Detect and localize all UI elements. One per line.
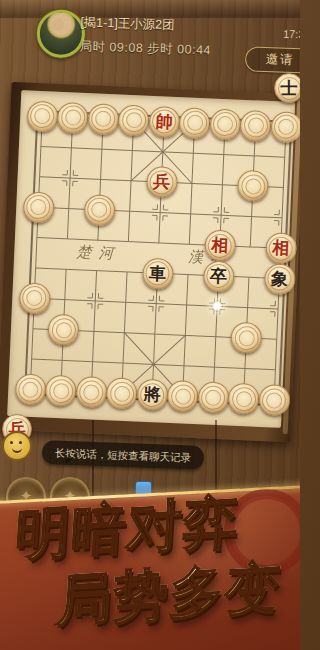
red-piece-兵-r2c4[interactable]: 兵 [145, 166, 177, 198]
black-piece-車-r5c4[interactable]: 車 [141, 257, 173, 289]
red-piece-帥-r0c4[interactable]: 帥 [148, 105, 180, 137]
banner-title-line2: 局势多变 [56, 560, 283, 629]
red-piece-相-r4c6[interactable]: 相 [204, 229, 236, 261]
black-piece-卒-r5c6[interactable]: 卒 [202, 260, 234, 292]
hidden-piece-r0c2[interactable] [87, 103, 119, 135]
hidden-piece-r3c2[interactable] [83, 194, 115, 226]
hidden-piece-r0c6[interactable] [209, 108, 241, 140]
player-tag: [揭1-1]王小源2团 [80, 14, 175, 34]
invite-button[interactable]: 邀请 [245, 46, 300, 73]
voice-chat-bubble[interactable]: 长按说话，短按查看聊天记录 [42, 440, 205, 470]
hidden-piece-r0c8[interactable] [270, 111, 300, 143]
chat-emoji-avatar[interactable] [2, 431, 32, 461]
red-piece-相-r4c8[interactable]: 相 [265, 232, 297, 264]
player-avatar[interactable] [36, 9, 85, 58]
banner-title-line1: 明暗对弈 [14, 494, 241, 563]
game-timers: 局时 09:08 步时 00:44 [79, 38, 211, 59]
black-piece-象-r5c8[interactable]: 象 [263, 262, 295, 294]
wood-seam [215, 420, 217, 500]
xiangqi-board[interactable]: 楚河 漢界 帥兵相相車卒象將 [0, 82, 300, 442]
black-piece-將-r9c4[interactable]: 將 [136, 379, 168, 411]
hidden-piece-r3c0[interactable] [22, 191, 54, 223]
top-bar: [揭1-1]王小源2团 局时 09:08 步时 00:44 17:3 邀请 [0, 0, 300, 98]
hidden-piece-r0c0[interactable] [26, 100, 58, 132]
captured-piece-black-advisor: 士 [274, 73, 300, 103]
river-label-chu: 楚河 [76, 243, 121, 264]
system-clock: 17:3 [283, 28, 300, 41]
